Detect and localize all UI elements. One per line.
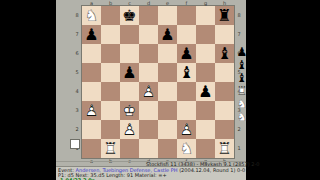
square-d5[interactable] (139, 63, 158, 82)
white-pawn-glyph: ♙ (120, 120, 139, 139)
square-e1[interactable] (158, 139, 177, 158)
square-c6[interactable] (120, 44, 139, 63)
rank-label-6-left: 6 (74, 44, 80, 63)
piece-white-rook-h1[interactable]: ♜♖ (215, 139, 234, 158)
square-b5[interactable] (101, 63, 120, 82)
square-a5[interactable] (82, 63, 101, 82)
square-f8[interactable] (177, 6, 196, 25)
piece-black-pawn-g4[interactable]: ♟ (196, 82, 215, 101)
file-label-a-top: a (82, 1, 101, 6)
rank-label-8-right: 8 (236, 6, 242, 25)
file-label-g-top: g (196, 1, 215, 6)
square-g2[interactable] (196, 120, 215, 139)
square-c5[interactable]: ♟ (120, 63, 139, 82)
square-e2[interactable] (158, 120, 177, 139)
square-c3[interactable]: ♚♔ (120, 101, 139, 120)
piece-black-pawn-e7[interactable]: ♟ (158, 25, 177, 44)
square-e7[interactable]: ♟ (158, 25, 177, 44)
square-c8[interactable]: ♚ (120, 6, 139, 25)
square-h8[interactable]: ♜ (215, 6, 234, 25)
piece-white-king-c3[interactable]: ♚♔ (120, 101, 139, 120)
file-label-e-top: e (158, 1, 177, 6)
square-a3[interactable]: ♟♙ (82, 101, 101, 120)
white-pawn-glyph: ♙ (139, 82, 158, 101)
black-pawn-glyph: ♟ (82, 25, 101, 44)
square-g7[interactable] (196, 25, 215, 44)
square-d1[interactable] (139, 139, 158, 158)
square-e8[interactable] (158, 6, 177, 25)
piece-black-bishop-f5[interactable]: ♝ (177, 63, 196, 82)
square-d3[interactable] (139, 101, 158, 120)
chess-board[interactable]: ♞♘♚♜♟♟♟♝♟♝♟♙♟♟♙♚♔♟♙♟♙♜♖♞♘♜♖ (82, 6, 234, 158)
engine-eval: -1.94/23 2.0s (58, 178, 95, 180)
square-a8[interactable]: ♞♘ (82, 6, 101, 25)
square-a7[interactable]: ♟ (82, 25, 101, 44)
white-knight-glyph: ♘ (82, 6, 101, 25)
white-pawn-glyph: ♙ (177, 120, 196, 139)
square-a1[interactable] (82, 139, 101, 158)
rank-label-1-right: 1 (236, 139, 242, 158)
piece-white-pawn-d4[interactable]: ♟♙ (139, 82, 158, 101)
black-king-glyph: ♚ (120, 6, 139, 25)
piece-white-pawn-f2[interactable]: ♟♙ (177, 120, 196, 139)
rank-label-8-left: 8 (74, 6, 80, 25)
file-label-d-top: d (139, 1, 158, 6)
file-label-c-top: c (120, 1, 139, 6)
square-g8[interactable] (196, 6, 215, 25)
square-f1[interactable]: ♞♘ (177, 139, 196, 158)
tray-captured-white-knight: ♞♘ (236, 111, 248, 124)
square-c4[interactable] (120, 82, 139, 101)
rank-label-3-left: 3 (74, 101, 80, 120)
white-pawn-glyph: ♙ (82, 101, 101, 120)
square-d2[interactable] (139, 120, 158, 139)
white-king-glyph: ♔ (120, 101, 139, 120)
square-f4[interactable] (177, 82, 196, 101)
white-to-move-indicator (70, 139, 80, 149)
event-details: (2004.12.04, Round 1) 0-0 (178, 167, 246, 173)
piece-white-pawn-a3[interactable]: ♟♙ (82, 101, 101, 120)
square-b8[interactable] (101, 6, 120, 25)
rank-label-5-left: 5 (74, 63, 80, 82)
square-b2[interactable] (101, 120, 120, 139)
square-a2[interactable] (82, 120, 101, 139)
black-pawn-glyph: ♟ (158, 25, 177, 44)
square-f5[interactable]: ♝ (177, 63, 196, 82)
square-a4[interactable] (82, 82, 101, 101)
status-bar: Event: Andersen, Tuebingen Defense, Cast… (56, 166, 246, 180)
white-knight-glyph: ♘ (177, 139, 196, 158)
square-c1[interactable] (120, 139, 139, 158)
square-f6[interactable]: ♟ (177, 44, 196, 63)
piece-white-rook-b1[interactable]: ♜♖ (101, 139, 120, 158)
square-h4[interactable] (215, 82, 234, 101)
piece-black-rook-h8[interactable]: ♜ (215, 6, 234, 25)
rank-label-7-left: 7 (74, 25, 80, 44)
file-label-h-top: h (215, 1, 234, 6)
black-pawn-glyph: ♟ (120, 63, 139, 82)
square-b4[interactable] (101, 82, 120, 101)
square-d7[interactable] (139, 25, 158, 44)
square-f2[interactable]: ♟♙ (177, 120, 196, 139)
black-pawn-glyph: ♟ (177, 44, 196, 63)
rank-label-7-right: 7 (236, 25, 242, 44)
square-g4[interactable]: ♟ (196, 82, 215, 101)
square-c2[interactable]: ♟♙ (120, 120, 139, 139)
square-g1[interactable] (196, 139, 215, 158)
square-d8[interactable] (139, 6, 158, 25)
square-h6[interactable]: ♝ (215, 44, 234, 63)
square-b3[interactable] (101, 101, 120, 120)
white-knight-glyph: ♘ (236, 111, 248, 124)
file-label-b-top: b (101, 1, 120, 6)
piece-white-knight-f1[interactable]: ♞♘ (177, 139, 196, 158)
rank-label-2-left: 2 (74, 120, 80, 139)
square-b1[interactable]: ♜♖ (101, 139, 120, 158)
piece-black-pawn-c5[interactable]: ♟ (120, 63, 139, 82)
black-rook-glyph: ♜ (215, 6, 234, 25)
square-a6[interactable] (82, 44, 101, 63)
black-bishop-glyph: ♝ (215, 44, 234, 63)
white-rook-glyph: ♖ (101, 139, 120, 158)
black-pawn-glyph: ♟ (196, 82, 215, 101)
square-b7[interactable] (101, 25, 120, 44)
square-g6[interactable] (196, 44, 215, 63)
piece-white-knight-a8[interactable]: ♞♘ (82, 6, 101, 25)
square-d6[interactable] (139, 44, 158, 63)
square-e5[interactable] (158, 63, 177, 82)
black-bishop-glyph: ♝ (177, 63, 196, 82)
piece-black-pawn-a7[interactable]: ♟ (82, 25, 101, 44)
app-window: ♞♘♚♜♟♟♟♝♟♝♟♙♟♟♙♚♔♟♙♟♙♜♖♞♘♜♖ aabbccddeeff… (0, 0, 320, 180)
square-e6[interactable] (158, 44, 177, 63)
square-b6[interactable] (101, 44, 120, 63)
square-g3[interactable] (196, 101, 215, 120)
square-h2[interactable] (215, 120, 234, 139)
square-f7[interactable] (177, 25, 196, 44)
rank-label-4-left: 4 (74, 82, 80, 101)
square-e4[interactable] (158, 82, 177, 101)
square-h1[interactable]: ♜♖ (215, 139, 234, 158)
square-c7[interactable] (120, 25, 139, 44)
square-h7[interactable] (215, 25, 234, 44)
white-rook-glyph: ♖ (215, 139, 234, 158)
piece-black-pawn-f6[interactable]: ♟ (177, 44, 196, 63)
square-h5[interactable] (215, 63, 234, 82)
statusbar-divider (56, 161, 246, 162)
square-f3[interactable] (177, 101, 196, 120)
square-g5[interactable] (196, 63, 215, 82)
file-label-f-top: f (177, 1, 196, 6)
piece-black-king-c8[interactable]: ♚ (120, 6, 139, 25)
square-h3[interactable] (215, 101, 234, 120)
square-e3[interactable] (158, 101, 177, 120)
piece-black-bishop-h6[interactable]: ♝ (215, 44, 234, 63)
square-d4[interactable]: ♟♙ (139, 82, 158, 101)
piece-white-pawn-c2[interactable]: ♟♙ (120, 120, 139, 139)
